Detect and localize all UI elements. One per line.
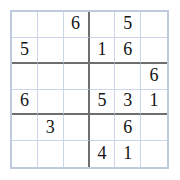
cell-r5c6[interactable] <box>141 115 167 141</box>
cell-r3c5[interactable] <box>115 64 141 90</box>
given-digit: 3 <box>123 91 132 109</box>
given-digit: 6 <box>20 91 29 109</box>
cell-r4c1[interactable]: 6 <box>12 90 38 116</box>
given-digit: 5 <box>123 14 132 32</box>
given-digit: 3 <box>46 118 55 136</box>
cell-r6c6[interactable] <box>141 141 167 167</box>
cell-r1c2[interactable] <box>38 12 64 38</box>
page-background: 65516665313641 <box>0 0 180 180</box>
given-digit: 5 <box>20 40 29 58</box>
cell-r4c6[interactable]: 1 <box>141 90 167 116</box>
cell-r3c2[interactable] <box>38 64 64 90</box>
cell-r6c3[interactable] <box>64 141 90 167</box>
cell-r5c2[interactable]: 3 <box>38 115 64 141</box>
cell-r2c3[interactable] <box>64 38 90 64</box>
cell-r2c6[interactable] <box>141 38 167 64</box>
cell-r1c6[interactable] <box>141 12 167 38</box>
cell-r6c5[interactable]: 1 <box>115 141 141 167</box>
cell-r5c3[interactable] <box>64 115 90 141</box>
cell-r1c5[interactable]: 5 <box>115 12 141 38</box>
given-digit: 1 <box>97 40 106 58</box>
given-digit: 6 <box>150 66 159 84</box>
cell-r4c5[interactable]: 3 <box>115 90 141 116</box>
given-digit: 1 <box>123 144 132 162</box>
given-digit: 6 <box>123 118 132 136</box>
cell-r6c1[interactable] <box>12 141 38 167</box>
cell-r5c4[interactable] <box>90 115 116 141</box>
cell-r2c4[interactable]: 1 <box>90 38 116 64</box>
cell-r6c2[interactable] <box>38 141 64 167</box>
cell-r2c1[interactable]: 5 <box>12 38 38 64</box>
cell-r3c6[interactable]: 6 <box>141 64 167 90</box>
cell-r3c1[interactable] <box>12 64 38 90</box>
cell-r1c1[interactable] <box>12 12 38 38</box>
cell-r1c4[interactable] <box>90 12 116 38</box>
cell-r3c4[interactable] <box>90 64 116 90</box>
given-digit: 1 <box>150 91 159 109</box>
cell-r5c5[interactable]: 6 <box>115 115 141 141</box>
sudoku-board: 65516665313641 <box>10 10 169 169</box>
cell-r4c4[interactable]: 5 <box>90 90 116 116</box>
given-digit: 6 <box>71 14 80 32</box>
cell-r2c5[interactable]: 6 <box>115 38 141 64</box>
cell-r5c1[interactable] <box>12 115 38 141</box>
cell-r4c2[interactable] <box>38 90 64 116</box>
given-digit: 4 <box>97 144 106 162</box>
cell-r3c3[interactable] <box>64 64 90 90</box>
cell-r4c3[interactable] <box>64 90 90 116</box>
given-digit: 6 <box>123 40 132 58</box>
cell-r1c3[interactable]: 6 <box>64 12 90 38</box>
given-digit: 5 <box>97 91 106 109</box>
cell-r2c2[interactable] <box>38 38 64 64</box>
cell-r6c4[interactable]: 4 <box>90 141 116 167</box>
